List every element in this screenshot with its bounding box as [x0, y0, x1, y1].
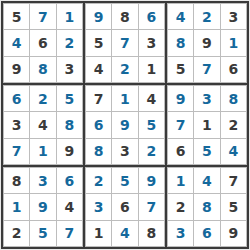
cell-r3c3[interactable]: 3 — [57, 57, 82, 82]
cell-r6c3[interactable]: 9 — [57, 139, 82, 164]
cell-r1c5[interactable]: 8 — [112, 4, 137, 29]
cell-r3c5[interactable]: 2 — [112, 57, 137, 82]
cell-r8c6[interactable]: 7 — [139, 194, 164, 219]
cell-r1c1[interactable]: 5 — [4, 4, 29, 29]
box-r2c1: 625348719 — [3, 85, 83, 165]
cell-r1c9[interactable]: 3 — [221, 4, 246, 29]
box-r3c3: 147285369 — [167, 167, 247, 247]
cell-r8c5[interactable]: 6 — [112, 194, 137, 219]
cell-r6c2[interactable]: 1 — [30, 139, 55, 164]
cell-r2c7[interactable]: 8 — [168, 30, 193, 55]
cell-r5c4[interactable]: 6 — [86, 112, 111, 137]
cell-r6c7[interactable]: 6 — [168, 139, 193, 164]
box-r3c1: 836194257 — [3, 167, 83, 247]
cell-r5c5[interactable]: 9 — [112, 112, 137, 137]
cell-r1c7[interactable]: 4 — [168, 4, 193, 29]
cell-r6c1[interactable]: 7 — [4, 139, 29, 164]
cell-r1c4[interactable]: 9 — [86, 4, 111, 29]
cell-r6c6[interactable]: 2 — [139, 139, 164, 164]
cell-r7c2[interactable]: 3 — [30, 168, 55, 193]
cell-r4c6[interactable]: 4 — [139, 86, 164, 111]
cell-r5c8[interactable]: 1 — [194, 112, 219, 137]
cell-r7c7[interactable]: 1 — [168, 168, 193, 193]
cell-r4c8[interactable]: 3 — [194, 86, 219, 111]
cell-r2c3[interactable]: 2 — [57, 30, 82, 55]
cell-r2c2[interactable]: 6 — [30, 30, 55, 55]
cell-r5c9[interactable]: 2 — [221, 112, 246, 137]
cell-r6c5[interactable]: 3 — [112, 139, 137, 164]
cell-r9c5[interactable]: 4 — [112, 221, 137, 246]
cell-r9c3[interactable]: 7 — [57, 221, 82, 246]
cell-r9c1[interactable]: 2 — [4, 221, 29, 246]
cell-r3c4[interactable]: 4 — [86, 57, 111, 82]
cell-r7c8[interactable]: 4 — [194, 168, 219, 193]
cell-r7c9[interactable]: 7 — [221, 168, 246, 193]
cell-r9c4[interactable]: 1 — [86, 221, 111, 246]
cell-r8c7[interactable]: 2 — [168, 194, 193, 219]
cell-r2c1[interactable]: 4 — [4, 30, 29, 55]
cell-r2c6[interactable]: 3 — [139, 30, 164, 55]
cell-r9c9[interactable]: 9 — [221, 221, 246, 246]
sudoku-board: 5714629839865734214238915766253487197146… — [1, 1, 249, 249]
cell-r6c9[interactable]: 4 — [221, 139, 246, 164]
cell-r2c9[interactable]: 1 — [221, 30, 246, 55]
cell-r9c8[interactable]: 6 — [194, 221, 219, 246]
cell-r3c9[interactable]: 6 — [221, 57, 246, 82]
cell-r7c4[interactable]: 2 — [86, 168, 111, 193]
cell-r8c9[interactable]: 5 — [221, 194, 246, 219]
cell-r6c8[interactable]: 5 — [194, 139, 219, 164]
cell-r8c3[interactable]: 4 — [57, 194, 82, 219]
box-r3c2: 259367148 — [85, 167, 165, 247]
box-r1c2: 986573421 — [85, 3, 165, 83]
cell-r3c8[interactable]: 7 — [194, 57, 219, 82]
cell-r4c9[interactable]: 8 — [221, 86, 246, 111]
sudoku-screenshot: 5714629839865734214238915766253487197146… — [0, 0, 250, 250]
cell-r7c3[interactable]: 6 — [57, 168, 82, 193]
cell-r4c7[interactable]: 9 — [168, 86, 193, 111]
cell-r8c8[interactable]: 8 — [194, 194, 219, 219]
cell-r7c1[interactable]: 8 — [4, 168, 29, 193]
cell-r5c7[interactable]: 7 — [168, 112, 193, 137]
cell-r6c4[interactable]: 8 — [86, 139, 111, 164]
cell-r4c2[interactable]: 2 — [30, 86, 55, 111]
cell-r9c2[interactable]: 5 — [30, 221, 55, 246]
cell-r7c5[interactable]: 5 — [112, 168, 137, 193]
cell-r5c1[interactable]: 3 — [4, 112, 29, 137]
cell-r4c1[interactable]: 6 — [4, 86, 29, 111]
cell-r3c7[interactable]: 5 — [168, 57, 193, 82]
box-r1c1: 571462983 — [3, 3, 83, 83]
cell-r2c4[interactable]: 5 — [86, 30, 111, 55]
cell-r7c6[interactable]: 9 — [139, 168, 164, 193]
box-r1c3: 423891576 — [167, 3, 247, 83]
cell-r4c3[interactable]: 5 — [57, 86, 82, 111]
cell-r2c8[interactable]: 9 — [194, 30, 219, 55]
cell-r8c4[interactable]: 3 — [86, 194, 111, 219]
cell-r1c3[interactable]: 1 — [57, 4, 82, 29]
cell-r4c4[interactable]: 7 — [86, 86, 111, 111]
cell-r5c3[interactable]: 8 — [57, 112, 82, 137]
cell-r8c1[interactable]: 1 — [4, 194, 29, 219]
box-r2c3: 938712654 — [167, 85, 247, 165]
cell-r1c2[interactable]: 7 — [30, 4, 55, 29]
cell-r3c2[interactable]: 8 — [30, 57, 55, 82]
cell-r8c2[interactable]: 9 — [30, 194, 55, 219]
box-r2c2: 714695832 — [85, 85, 165, 165]
cell-r5c2[interactable]: 4 — [30, 112, 55, 137]
cell-r9c6[interactable]: 8 — [139, 221, 164, 246]
cell-r5c6[interactable]: 5 — [139, 112, 164, 137]
cell-r1c6[interactable]: 6 — [139, 4, 164, 29]
cell-r4c5[interactable]: 1 — [112, 86, 137, 111]
cell-r2c5[interactable]: 7 — [112, 30, 137, 55]
cell-r3c6[interactable]: 1 — [139, 57, 164, 82]
cell-r3c1[interactable]: 9 — [4, 57, 29, 82]
cell-r1c8[interactable]: 2 — [194, 4, 219, 29]
cell-r9c7[interactable]: 3 — [168, 221, 193, 246]
